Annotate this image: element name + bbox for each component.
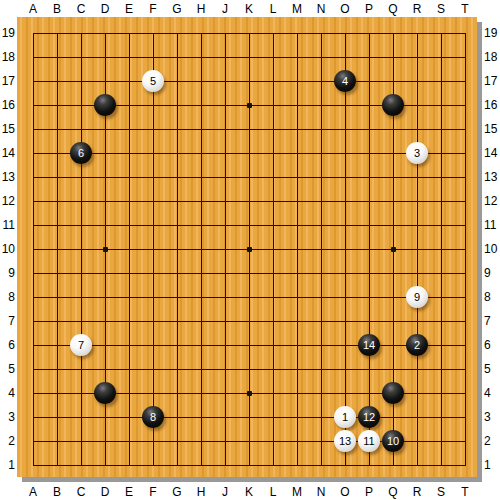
- board-intersection[interactable]: [357, 453, 381, 477]
- board-intersection[interactable]: [141, 117, 165, 141]
- board-intersection[interactable]: [357, 357, 381, 381]
- board-intersection[interactable]: [189, 21, 213, 45]
- board-intersection[interactable]: [45, 93, 69, 117]
- board-intersection[interactable]: [93, 45, 117, 69]
- board-intersection[interactable]: 12: [357, 405, 381, 429]
- board-intersection[interactable]: [453, 237, 477, 261]
- board-intersection[interactable]: [309, 45, 333, 69]
- board-intersection[interactable]: [117, 333, 141, 357]
- board-intersection[interactable]: [21, 405, 45, 429]
- board-intersection[interactable]: [381, 261, 405, 285]
- board-intersection[interactable]: [405, 213, 429, 237]
- board-intersection[interactable]: [261, 21, 285, 45]
- board-intersection[interactable]: [429, 381, 453, 405]
- board-intersection[interactable]: [69, 45, 93, 69]
- board-intersection[interactable]: [69, 69, 93, 93]
- board-intersection[interactable]: 10: [381, 429, 405, 453]
- board-intersection[interactable]: [213, 309, 237, 333]
- board-intersection[interactable]: [141, 213, 165, 237]
- board-intersection[interactable]: [333, 141, 357, 165]
- board-intersection[interactable]: [261, 453, 285, 477]
- board-intersection[interactable]: [261, 45, 285, 69]
- board-intersection[interactable]: [309, 237, 333, 261]
- board-intersection[interactable]: [21, 285, 45, 309]
- board-intersection[interactable]: [333, 333, 357, 357]
- board-intersection[interactable]: [357, 309, 381, 333]
- board-intersection[interactable]: [405, 309, 429, 333]
- board-intersection[interactable]: [45, 333, 69, 357]
- board-intersection[interactable]: [309, 189, 333, 213]
- board-intersection[interactable]: [117, 261, 141, 285]
- board-intersection[interactable]: [189, 69, 213, 93]
- board-intersection[interactable]: [237, 213, 261, 237]
- board-intersection[interactable]: [261, 309, 285, 333]
- board-intersection[interactable]: [213, 21, 237, 45]
- board-intersection[interactable]: [21, 189, 45, 213]
- board-intersection[interactable]: [333, 45, 357, 69]
- board-intersection[interactable]: 3: [405, 141, 429, 165]
- board-intersection[interactable]: [213, 237, 237, 261]
- board-intersection[interactable]: [429, 213, 453, 237]
- board-intersection[interactable]: [261, 381, 285, 405]
- board-intersection[interactable]: [165, 237, 189, 261]
- board-intersection[interactable]: [165, 213, 189, 237]
- board-intersection[interactable]: [165, 309, 189, 333]
- board-intersection[interactable]: [165, 69, 189, 93]
- board-intersection[interactable]: [333, 381, 357, 405]
- board-intersection[interactable]: [357, 117, 381, 141]
- board-intersection[interactable]: [141, 453, 165, 477]
- board-intersection[interactable]: [333, 213, 357, 237]
- board-intersection[interactable]: 1: [333, 405, 357, 429]
- board-intersection[interactable]: [141, 21, 165, 45]
- board-intersection[interactable]: [117, 285, 141, 309]
- board-intersection[interactable]: [309, 453, 333, 477]
- board-intersection[interactable]: [261, 213, 285, 237]
- board-intersection[interactable]: 4: [333, 69, 357, 93]
- board-intersection[interactable]: [93, 405, 117, 429]
- board-intersection[interactable]: [45, 405, 69, 429]
- board-intersection[interactable]: [285, 141, 309, 165]
- board-intersection[interactable]: [21, 45, 45, 69]
- board-intersection[interactable]: [309, 333, 333, 357]
- board-intersection[interactable]: [309, 261, 333, 285]
- board-intersection[interactable]: [453, 405, 477, 429]
- board-intersection[interactable]: [45, 165, 69, 189]
- board-intersection[interactable]: 11: [357, 429, 381, 453]
- board-intersection[interactable]: [213, 93, 237, 117]
- board-intersection[interactable]: [189, 453, 213, 477]
- board-intersection[interactable]: [189, 405, 213, 429]
- board-intersection[interactable]: [453, 429, 477, 453]
- board-intersection[interactable]: [69, 405, 93, 429]
- board-intersection[interactable]: [357, 21, 381, 45]
- board-intersection[interactable]: [141, 357, 165, 381]
- board-intersection[interactable]: [381, 309, 405, 333]
- board-intersection[interactable]: [45, 381, 69, 405]
- board-intersection[interactable]: [405, 21, 429, 45]
- board-intersection[interactable]: [213, 69, 237, 93]
- board-intersection[interactable]: [69, 429, 93, 453]
- board-intersection[interactable]: [405, 357, 429, 381]
- board-intersection[interactable]: 2: [405, 333, 429, 357]
- board-intersection[interactable]: [189, 213, 213, 237]
- board-intersection[interactable]: [213, 285, 237, 309]
- board-intersection[interactable]: [93, 237, 117, 261]
- board-intersection[interactable]: [309, 381, 333, 405]
- board-intersection[interactable]: [285, 285, 309, 309]
- board-intersection[interactable]: [237, 117, 261, 141]
- board-intersection[interactable]: [69, 165, 93, 189]
- board-intersection[interactable]: [261, 405, 285, 429]
- board-intersection[interactable]: [405, 237, 429, 261]
- board-intersection[interactable]: [429, 453, 453, 477]
- board-intersection[interactable]: [357, 285, 381, 309]
- board-intersection[interactable]: [261, 189, 285, 213]
- board-intersection[interactable]: [285, 453, 309, 477]
- board-intersection[interactable]: [237, 21, 261, 45]
- board-intersection[interactable]: [21, 69, 45, 93]
- board-intersection[interactable]: [213, 45, 237, 69]
- board-intersection[interactable]: [237, 453, 261, 477]
- board-intersection[interactable]: [93, 165, 117, 189]
- board-intersection[interactable]: [333, 189, 357, 213]
- board-intersection[interactable]: [189, 93, 213, 117]
- board-intersection[interactable]: [429, 69, 453, 93]
- board-intersection[interactable]: [429, 261, 453, 285]
- board-intersection[interactable]: 9: [405, 285, 429, 309]
- board-intersection[interactable]: [357, 189, 381, 213]
- board-intersection[interactable]: [189, 165, 213, 189]
- board-intersection[interactable]: [309, 285, 333, 309]
- board-intersection[interactable]: [381, 405, 405, 429]
- board-intersection[interactable]: [429, 309, 453, 333]
- board-intersection[interactable]: [357, 237, 381, 261]
- board-intersection[interactable]: [189, 333, 213, 357]
- board-intersection[interactable]: [381, 141, 405, 165]
- board-intersection[interactable]: [285, 21, 309, 45]
- board-intersection[interactable]: [237, 357, 261, 381]
- board-intersection[interactable]: [141, 45, 165, 69]
- board-intersection[interactable]: [429, 285, 453, 309]
- board-intersection[interactable]: [285, 213, 309, 237]
- board-intersection[interactable]: [69, 285, 93, 309]
- board-intersection[interactable]: [429, 93, 453, 117]
- board-intersection[interactable]: [309, 117, 333, 141]
- board-intersection[interactable]: [141, 237, 165, 261]
- board-intersection[interactable]: [405, 261, 429, 285]
- board-intersection[interactable]: [285, 309, 309, 333]
- board-intersection[interactable]: [285, 237, 309, 261]
- board-intersection[interactable]: [165, 405, 189, 429]
- board-intersection[interactable]: [93, 141, 117, 165]
- board-intersection[interactable]: [93, 189, 117, 213]
- board-intersection[interactable]: [405, 69, 429, 93]
- board-intersection[interactable]: [309, 429, 333, 453]
- board-intersection[interactable]: [309, 405, 333, 429]
- board-intersection[interactable]: [165, 165, 189, 189]
- board-intersection[interactable]: [357, 165, 381, 189]
- board-intersection[interactable]: [381, 237, 405, 261]
- board-intersection[interactable]: [453, 117, 477, 141]
- board-intersection[interactable]: [189, 261, 213, 285]
- board-intersection[interactable]: [117, 237, 141, 261]
- board-intersection[interactable]: [309, 93, 333, 117]
- board-intersection[interactable]: [261, 285, 285, 309]
- board-intersection[interactable]: [309, 213, 333, 237]
- board-intersection[interactable]: [333, 21, 357, 45]
- board-intersection[interactable]: [381, 357, 405, 381]
- board-intersection[interactable]: [213, 453, 237, 477]
- board-intersection[interactable]: [213, 261, 237, 285]
- board-intersection[interactable]: [237, 189, 261, 213]
- board-intersection[interactable]: [261, 357, 285, 381]
- board-intersection[interactable]: [453, 141, 477, 165]
- board-intersection[interactable]: [45, 69, 69, 93]
- board-intersection[interactable]: [213, 189, 237, 213]
- board-intersection[interactable]: [69, 189, 93, 213]
- board-intersection[interactable]: [237, 45, 261, 69]
- board-intersection[interactable]: [141, 261, 165, 285]
- board-intersection[interactable]: [429, 189, 453, 213]
- board-intersection[interactable]: 14: [357, 333, 381, 357]
- board-intersection[interactable]: [21, 453, 45, 477]
- board-intersection[interactable]: [189, 429, 213, 453]
- board-intersection[interactable]: [381, 69, 405, 93]
- board-intersection[interactable]: [93, 21, 117, 45]
- board-intersection[interactable]: [357, 93, 381, 117]
- board-intersection[interactable]: [165, 333, 189, 357]
- board-intersection[interactable]: [213, 213, 237, 237]
- board-intersection[interactable]: [285, 333, 309, 357]
- board-intersection[interactable]: [237, 309, 261, 333]
- board-intersection[interactable]: [141, 165, 165, 189]
- board-intersection[interactable]: [117, 429, 141, 453]
- board-intersection[interactable]: [21, 333, 45, 357]
- board-intersection[interactable]: [429, 117, 453, 141]
- board-intersection[interactable]: [285, 189, 309, 213]
- board-intersection[interactable]: [237, 237, 261, 261]
- board-intersection[interactable]: [165, 285, 189, 309]
- board-intersection[interactable]: [165, 453, 189, 477]
- board-intersection[interactable]: [93, 93, 117, 117]
- board-intersection[interactable]: [429, 357, 453, 381]
- board-intersection[interactable]: [333, 117, 357, 141]
- board-intersection[interactable]: [453, 189, 477, 213]
- board-intersection[interactable]: [45, 237, 69, 261]
- board-intersection[interactable]: [21, 357, 45, 381]
- board-intersection[interactable]: [261, 333, 285, 357]
- board-intersection[interactable]: [429, 141, 453, 165]
- board-intersection[interactable]: [165, 381, 189, 405]
- board-intersection[interactable]: [165, 21, 189, 45]
- board-intersection[interactable]: [405, 429, 429, 453]
- board-intersection[interactable]: [117, 213, 141, 237]
- board-intersection[interactable]: [117, 69, 141, 93]
- board-intersection[interactable]: [309, 141, 333, 165]
- board-intersection[interactable]: [453, 453, 477, 477]
- board-intersection[interactable]: [21, 261, 45, 285]
- board-intersection[interactable]: [405, 45, 429, 69]
- board-intersection[interactable]: [93, 381, 117, 405]
- board-intersection[interactable]: [453, 357, 477, 381]
- board-intersection[interactable]: [453, 69, 477, 93]
- board-intersection[interactable]: [189, 189, 213, 213]
- board-intersection[interactable]: [309, 309, 333, 333]
- board-intersection[interactable]: [21, 141, 45, 165]
- board-intersection[interactable]: [45, 45, 69, 69]
- board-intersection[interactable]: [69, 21, 93, 45]
- board-intersection[interactable]: [453, 309, 477, 333]
- board-intersection[interactable]: [453, 93, 477, 117]
- board-intersection[interactable]: [285, 165, 309, 189]
- board-intersection[interactable]: [285, 45, 309, 69]
- board-intersection[interactable]: [117, 357, 141, 381]
- board-intersection[interactable]: [141, 93, 165, 117]
- board-intersection[interactable]: [93, 117, 117, 141]
- board-intersection[interactable]: [165, 189, 189, 213]
- board-intersection[interactable]: [453, 165, 477, 189]
- board-intersection[interactable]: [333, 237, 357, 261]
- board-intersection[interactable]: [285, 405, 309, 429]
- board-intersection[interactable]: [69, 117, 93, 141]
- board-intersection[interactable]: [141, 141, 165, 165]
- board-intersection[interactable]: [309, 357, 333, 381]
- board-intersection[interactable]: [237, 381, 261, 405]
- board-intersection[interactable]: [93, 261, 117, 285]
- board-intersection[interactable]: [69, 309, 93, 333]
- board-intersection[interactable]: [213, 141, 237, 165]
- board-intersection[interactable]: [117, 141, 141, 165]
- board-intersection[interactable]: [453, 45, 477, 69]
- board-intersection[interactable]: [141, 285, 165, 309]
- board-intersection[interactable]: [117, 45, 141, 69]
- board-intersection[interactable]: [189, 285, 213, 309]
- board-intersection[interactable]: [141, 333, 165, 357]
- board-intersection[interactable]: [381, 189, 405, 213]
- board-intersection[interactable]: [261, 141, 285, 165]
- board-intersection[interactable]: [429, 429, 453, 453]
- board-intersection[interactable]: [45, 117, 69, 141]
- board-intersection[interactable]: [333, 453, 357, 477]
- board-intersection[interactable]: [213, 429, 237, 453]
- board-intersection[interactable]: [285, 69, 309, 93]
- board-intersection[interactable]: [357, 261, 381, 285]
- board-intersection[interactable]: [285, 117, 309, 141]
- board-intersection[interactable]: [165, 429, 189, 453]
- board-intersection[interactable]: [381, 21, 405, 45]
- board-intersection[interactable]: [381, 93, 405, 117]
- board-intersection[interactable]: [45, 357, 69, 381]
- board-intersection[interactable]: [237, 285, 261, 309]
- board-intersection[interactable]: [429, 237, 453, 261]
- board-intersection[interactable]: [261, 237, 285, 261]
- board-intersection[interactable]: [165, 45, 189, 69]
- board-intersection[interactable]: [21, 93, 45, 117]
- board-intersection[interactable]: [93, 453, 117, 477]
- board-intersection[interactable]: [381, 285, 405, 309]
- board-intersection[interactable]: [117, 93, 141, 117]
- board-intersection[interactable]: [69, 357, 93, 381]
- board-intersection[interactable]: [237, 405, 261, 429]
- board-intersection[interactable]: [381, 213, 405, 237]
- board-intersection[interactable]: [405, 189, 429, 213]
- board-intersection[interactable]: [93, 429, 117, 453]
- board-intersection[interactable]: [45, 213, 69, 237]
- board-intersection[interactable]: [141, 429, 165, 453]
- board-intersection[interactable]: [285, 381, 309, 405]
- board-intersection[interactable]: [453, 381, 477, 405]
- board-intersection[interactable]: [405, 93, 429, 117]
- board-intersection[interactable]: [261, 165, 285, 189]
- board-intersection[interactable]: [69, 381, 93, 405]
- board-intersection[interactable]: [285, 357, 309, 381]
- board-intersection[interactable]: [165, 141, 189, 165]
- board-intersection[interactable]: [117, 21, 141, 45]
- board-intersection[interactable]: 6: [69, 141, 93, 165]
- board-intersection[interactable]: [45, 453, 69, 477]
- board-intersection[interactable]: [261, 69, 285, 93]
- board-intersection[interactable]: [333, 309, 357, 333]
- board-intersection[interactable]: [189, 381, 213, 405]
- board-intersection[interactable]: [117, 189, 141, 213]
- board-intersection[interactable]: [45, 189, 69, 213]
- board-intersection[interactable]: [213, 381, 237, 405]
- board-intersection[interactable]: [93, 285, 117, 309]
- board-intersection[interactable]: [357, 213, 381, 237]
- board-intersection[interactable]: [93, 69, 117, 93]
- board-intersection[interactable]: [333, 165, 357, 189]
- board-intersection[interactable]: [69, 93, 93, 117]
- board-intersection[interactable]: [45, 429, 69, 453]
- board-intersection[interactable]: [333, 285, 357, 309]
- board-intersection[interactable]: [69, 237, 93, 261]
- board-intersection[interactable]: 8: [141, 405, 165, 429]
- board-intersection[interactable]: [237, 69, 261, 93]
- board-intersection[interactable]: [381, 333, 405, 357]
- board-intersection[interactable]: [21, 21, 45, 45]
- board-intersection[interactable]: [405, 165, 429, 189]
- board-intersection[interactable]: [21, 213, 45, 237]
- board-intersection[interactable]: [93, 357, 117, 381]
- board-intersection[interactable]: [333, 357, 357, 381]
- board-intersection[interactable]: [21, 237, 45, 261]
- board-intersection[interactable]: [405, 117, 429, 141]
- board-intersection[interactable]: [405, 405, 429, 429]
- board-intersection[interactable]: [189, 45, 213, 69]
- board-intersection[interactable]: [165, 93, 189, 117]
- board-intersection[interactable]: [189, 237, 213, 261]
- board-intersection[interactable]: [165, 261, 189, 285]
- board-intersection[interactable]: [21, 429, 45, 453]
- board-intersection[interactable]: [117, 381, 141, 405]
- board-intersection[interactable]: [357, 141, 381, 165]
- board-intersection[interactable]: [381, 381, 405, 405]
- board-intersection[interactable]: [237, 93, 261, 117]
- board-intersection[interactable]: [189, 141, 213, 165]
- board-intersection[interactable]: [333, 261, 357, 285]
- board-intersection[interactable]: [453, 261, 477, 285]
- board-intersection[interactable]: [213, 117, 237, 141]
- board-intersection[interactable]: [93, 333, 117, 357]
- board-intersection[interactable]: [45, 309, 69, 333]
- board-intersection[interactable]: [309, 165, 333, 189]
- board-intersection[interactable]: [21, 381, 45, 405]
- board-intersection[interactable]: [237, 333, 261, 357]
- board-intersection[interactable]: [381, 165, 405, 189]
- board-intersection[interactable]: [141, 309, 165, 333]
- board-intersection[interactable]: [213, 333, 237, 357]
